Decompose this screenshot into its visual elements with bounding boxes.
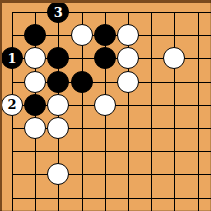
move-number: 1	[7, 52, 16, 65]
black-stone	[24, 24, 46, 46]
white-stone	[71, 24, 93, 46]
white-stone	[47, 94, 69, 116]
white-stone	[24, 117, 46, 139]
move-number: 2	[7, 98, 16, 111]
move-number: 3	[54, 6, 63, 19]
black-stone	[47, 47, 69, 69]
black-stone	[24, 94, 46, 116]
grid-line-horizontal	[12, 12, 211, 13]
black-stone	[47, 71, 69, 93]
white-stone	[47, 117, 69, 139]
board-frame-right	[210, 0, 211, 211]
grid-line-vertical	[198, 12, 199, 211]
grid-line-horizontal	[12, 151, 211, 152]
grid-line-vertical	[174, 12, 175, 211]
board-frame-top	[0, 0, 211, 3]
white-stone	[24, 71, 46, 93]
white-stone	[94, 94, 116, 116]
white-stone	[117, 71, 139, 93]
black-stone: 3	[47, 1, 69, 23]
grid-line-vertical	[151, 12, 152, 211]
white-stone	[163, 47, 185, 69]
black-stone: 1	[1, 47, 23, 69]
go-board: 312	[0, 0, 211, 211]
grid-line-horizontal	[12, 174, 211, 175]
white-stone: 2	[1, 94, 23, 116]
grid-line-horizontal	[12, 198, 211, 199]
white-stone	[117, 47, 139, 69]
black-stone	[94, 24, 116, 46]
board-frame-bottom	[0, 210, 211, 211]
board-frame-left	[0, 0, 2, 211]
white-stone	[117, 24, 139, 46]
black-stone	[71, 71, 93, 93]
white-stone	[24, 47, 46, 69]
black-stone	[94, 47, 116, 69]
white-stone	[47, 163, 69, 185]
